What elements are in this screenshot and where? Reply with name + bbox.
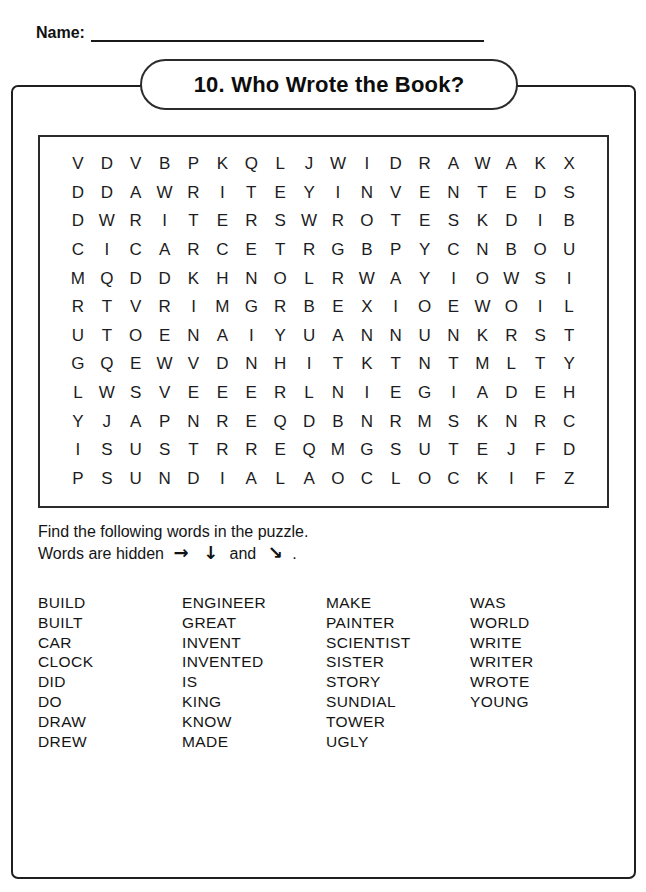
grid-cell-r5c12[interactable]: A: [381, 264, 410, 293]
grid-cell-r12c12[interactable]: L: [381, 464, 410, 493]
grid-cell-r5c1[interactable]: M: [63, 264, 92, 293]
grid-cell-r2c13[interactable]: E: [410, 179, 439, 208]
word-item: GREAT: [182, 613, 326, 633]
grid-cell-r3c2[interactable]: W: [92, 207, 121, 236]
grid-cell-r8c15[interactable]: M: [468, 350, 497, 379]
grid-cell-r12c14[interactable]: C: [439, 464, 468, 493]
word-item: MAKE: [326, 593, 470, 613]
grid-cell-r6c15[interactable]: W: [468, 293, 497, 322]
grid-cell-r8c10[interactable]: T: [324, 350, 353, 379]
grid-cell-r9c17[interactable]: E: [526, 379, 555, 408]
grid-cell-r9c11[interactable]: I: [352, 379, 381, 408]
grid-cell-r9c13[interactable]: G: [410, 379, 439, 408]
grid-cell-r11c6[interactable]: R: [208, 436, 237, 465]
grid-cell-r12c17[interactable]: F: [526, 464, 555, 493]
grid-cell-r5c9[interactable]: L: [295, 264, 324, 293]
grid-cell-r11c15[interactable]: E: [468, 436, 497, 465]
grid-cell-r6c16[interactable]: O: [497, 293, 526, 322]
word-item: SISTER: [326, 652, 470, 672]
grid-cell-r11c11[interactable]: G: [352, 436, 381, 465]
grid-cell-r4c7[interactable]: E: [237, 236, 266, 265]
word-search-grid: VDVBPKQLJWIDRAWAKXDDAWRITEYINVENTEDSDWRI…: [63, 150, 583, 493]
grid-cell-r6c7[interactable]: G: [237, 293, 266, 322]
instructions-line2-prefix: Words are hidden: [38, 545, 164, 562]
grid-cell-r2c14[interactable]: N: [439, 179, 468, 208]
grid-cell-r3c10[interactable]: R: [324, 207, 353, 236]
grid-cell-r1c8[interactable]: L: [266, 150, 295, 179]
grid-cell-r1c4[interactable]: B: [150, 150, 179, 179]
grid-cell-r11c1[interactable]: I: [63, 436, 92, 465]
grid-cell-r10c7[interactable]: E: [237, 407, 266, 436]
grid-cell-r4c12[interactable]: P: [381, 236, 410, 265]
grid-cell-r3c6[interactable]: E: [208, 207, 237, 236]
grid-cell-r10c5[interactable]: N: [179, 407, 208, 436]
grid-cell-r10c10[interactable]: B: [324, 407, 353, 436]
grid-cell-r5c6[interactable]: H: [208, 264, 237, 293]
grid-cell-r1c3[interactable]: V: [121, 150, 150, 179]
grid-cell-r1c9[interactable]: J: [295, 150, 324, 179]
grid-cell-r11c10[interactable]: M: [324, 436, 353, 465]
grid-cell-r9c12[interactable]: E: [381, 379, 410, 408]
grid-cell-r8c6[interactable]: D: [208, 350, 237, 379]
grid-cell-r5c2[interactable]: Q: [92, 264, 121, 293]
grid-cell-r9c1[interactable]: L: [63, 379, 92, 408]
page-title: 10. Who Wrote the Book?: [194, 72, 465, 98]
word-item: ENGINEER: [182, 593, 326, 613]
grid-cell-r3c16[interactable]: D: [497, 207, 526, 236]
grid-cell-r8c2[interactable]: Q: [92, 350, 121, 379]
grid-cell-r10c18[interactable]: C: [555, 407, 584, 436]
grid-cell-r12c18[interactable]: Z: [555, 464, 584, 493]
grid-cell-r2c6[interactable]: I: [208, 179, 237, 208]
grid-cell-r6c17[interactable]: I: [526, 293, 555, 322]
grid-cell-r7c5[interactable]: N: [179, 322, 208, 351]
grid-cell-r7c9[interactable]: U: [295, 322, 324, 351]
grid-cell-r1c17[interactable]: K: [526, 150, 555, 179]
grid-cell-r4c11[interactable]: B: [352, 236, 381, 265]
grid-cell-r4c3[interactable]: C: [121, 236, 150, 265]
grid-cell-r1c5[interactable]: P: [179, 150, 208, 179]
word-item: STORY: [326, 672, 470, 692]
grid-cell-r6c18[interactable]: L: [555, 293, 584, 322]
grid-cell-r1c15[interactable]: W: [468, 150, 497, 179]
grid-cell-r10c16[interactable]: N: [497, 407, 526, 436]
grid-cell-r7c18[interactable]: T: [555, 322, 584, 351]
grid-cell-r4c10[interactable]: G: [324, 236, 353, 265]
word-item: DID: [38, 672, 182, 692]
word-item: PAINTER: [326, 613, 470, 633]
grid-cell-r9c7[interactable]: E: [237, 379, 266, 408]
grid-cell-r2c16[interactable]: E: [497, 179, 526, 208]
grid-cell-r2c4[interactable]: W: [150, 179, 179, 208]
grid-cell-r10c15[interactable]: K: [468, 407, 497, 436]
grid-cell-r7c17[interactable]: S: [526, 322, 555, 351]
grid-cell-r8c9[interactable]: I: [295, 350, 324, 379]
grid-cell-r12c3[interactable]: U: [121, 464, 150, 493]
grid-cell-r11c8[interactable]: E: [266, 436, 295, 465]
grid-cell-r4c17[interactable]: O: [526, 236, 555, 265]
grid-cell-r5c10[interactable]: R: [324, 264, 353, 293]
grid-cell-r9c18[interactable]: H: [555, 379, 584, 408]
grid-cell-r11c12[interactable]: S: [381, 436, 410, 465]
word-item: CLOCK: [38, 652, 182, 672]
word-item: IS: [182, 672, 326, 692]
grid-cell-r7c16[interactable]: R: [497, 322, 526, 351]
grid-cell-r6c5[interactable]: I: [179, 293, 208, 322]
grid-cell-r11c2[interactable]: S: [92, 436, 121, 465]
grid-box: VDVBPKQLJWIDRAWAKXDDAWRITEYINVENTEDSDWRI…: [38, 135, 609, 508]
grid-cell-r8c12[interactable]: T: [381, 350, 410, 379]
grid-cell-r3c17[interactable]: I: [526, 207, 555, 236]
grid-cell-r4c13[interactable]: Y: [410, 236, 439, 265]
grid-cell-r6c2[interactable]: T: [92, 293, 121, 322]
grid-cell-r1c13[interactable]: R: [410, 150, 439, 179]
grid-cell-r3c14[interactable]: S: [439, 207, 468, 236]
grid-cell-r4c6[interactable]: C: [208, 236, 237, 265]
grid-cell-r11c14[interactable]: T: [439, 436, 468, 465]
grid-cell-r1c16[interactable]: A: [497, 150, 526, 179]
grid-cell-r3c1[interactable]: D: [63, 207, 92, 236]
grid-cell-r11c13[interactable]: U: [410, 436, 439, 465]
grid-cell-r3c3[interactable]: R: [121, 207, 150, 236]
grid-cell-r4c2[interactable]: I: [92, 236, 121, 265]
grid-cell-r6c10[interactable]: E: [324, 293, 353, 322]
grid-cell-r7c13[interactable]: U: [410, 322, 439, 351]
grid-cell-r7c1[interactable]: U: [63, 322, 92, 351]
grid-cell-r6c3[interactable]: V: [121, 293, 150, 322]
grid-cell-r9c14[interactable]: I: [439, 379, 468, 408]
grid-cell-r11c18[interactable]: D: [555, 436, 584, 465]
grid-cell-r7c8[interactable]: Y: [266, 322, 295, 351]
grid-cell-r7c4[interactable]: E: [150, 322, 179, 351]
grid-cell-r8c14[interactable]: T: [439, 350, 468, 379]
grid-cell-r7c10[interactable]: A: [324, 322, 353, 351]
word-item: WRITER: [470, 652, 614, 672]
grid-cell-r12c8[interactable]: L: [266, 464, 295, 493]
grid-cell-r6c9[interactable]: B: [295, 293, 324, 322]
grid-cell-r8c17[interactable]: T: [526, 350, 555, 379]
grid-cell-r4c8[interactable]: T: [266, 236, 295, 265]
grid-cell-r8c16[interactable]: L: [497, 350, 526, 379]
grid-cell-r3c9[interactable]: W: [295, 207, 324, 236]
grid-cell-r9c8[interactable]: R: [266, 379, 295, 408]
grid-cell-r5c13[interactable]: Y: [410, 264, 439, 293]
grid-cell-r7c14[interactable]: N: [439, 322, 468, 351]
grid-cell-r1c10[interactable]: W: [324, 150, 353, 179]
grid-cell-r9c5[interactable]: E: [179, 379, 208, 408]
grid-cell-r10c2[interactable]: J: [92, 407, 121, 436]
grid-cell-r12c13[interactable]: O: [410, 464, 439, 493]
grid-cell-r2c18[interactable]: S: [555, 179, 584, 208]
grid-cell-r9c6[interactable]: E: [208, 379, 237, 408]
grid-cell-r1c18[interactable]: X: [555, 150, 584, 179]
grid-cell-r6c13[interactable]: O: [410, 293, 439, 322]
grid-cell-r9c16[interactable]: D: [497, 379, 526, 408]
name-fill-in-line[interactable]: [91, 20, 484, 42]
grid-cell-r2c11[interactable]: N: [352, 179, 381, 208]
right-arrow-icon: →: [173, 542, 188, 563]
grid-cell-r6c14[interactable]: E: [439, 293, 468, 322]
grid-cell-r2c15[interactable]: T: [468, 179, 497, 208]
grid-cell-r11c5[interactable]: T: [179, 436, 208, 465]
grid-cell-r11c9[interactable]: Q: [295, 436, 324, 465]
grid-cell-r2c17[interactable]: D: [526, 179, 555, 208]
grid-cell-r8c7[interactable]: N: [237, 350, 266, 379]
title-pill: 10. Who Wrote the Book?: [140, 59, 518, 110]
grid-cell-r1c1[interactable]: V: [63, 150, 92, 179]
grid-cell-r1c6[interactable]: K: [208, 150, 237, 179]
grid-cell-r5c5[interactable]: K: [179, 264, 208, 293]
word-item: WORLD: [470, 613, 614, 633]
grid-cell-r5c16[interactable]: W: [497, 264, 526, 293]
grid-cell-r11c3[interactable]: U: [121, 436, 150, 465]
grid-cell-r2c7[interactable]: T: [237, 179, 266, 208]
word-item: UGLY: [326, 732, 470, 752]
grid-cell-r12c1[interactable]: P: [63, 464, 92, 493]
grid-cell-r11c16[interactable]: J: [497, 436, 526, 465]
grid-cell-r12c5[interactable]: D: [179, 464, 208, 493]
grid-cell-r5c18[interactable]: I: [555, 264, 584, 293]
grid-cell-r10c4[interactable]: P: [150, 407, 179, 436]
grid-cell-r5c8[interactable]: O: [266, 264, 295, 293]
grid-cell-r4c4[interactable]: A: [150, 236, 179, 265]
grid-cell-r12c4[interactable]: N: [150, 464, 179, 493]
word-item: WAS: [470, 593, 614, 613]
word-item: CAR: [38, 633, 182, 653]
name-label: Name:: [36, 24, 91, 42]
grid-cell-r4c5[interactable]: R: [179, 236, 208, 265]
word-column-1: BUILDBUILTCARCLOCKDIDDODRAWDREW: [38, 593, 182, 751]
word-item: BUILD: [38, 593, 182, 613]
grid-cell-r6c4[interactable]: R: [150, 293, 179, 322]
instructions: Find the following words in the puzzle. …: [38, 521, 308, 564]
word-column-3: MAKEPAINTERSCIENTISTSISTERSTORYSUNDIALTO…: [326, 593, 470, 751]
grid-cell-r5c4[interactable]: D: [150, 264, 179, 293]
word-column-2: ENGINEERGREATINVENTINVENTEDISKINGKNOWMAD…: [182, 593, 326, 751]
grid-cell-r8c3[interactable]: E: [121, 350, 150, 379]
grid-cell-r2c8[interactable]: E: [266, 179, 295, 208]
grid-cell-r5c17[interactable]: S: [526, 264, 555, 293]
word-item: INVENTED: [182, 652, 326, 672]
instructions-line1: Find the following words in the puzzle.: [38, 521, 308, 542]
grid-cell-r7c15[interactable]: K: [468, 322, 497, 351]
grid-cell-r7c3[interactable]: O: [121, 322, 150, 351]
grid-cell-r4c1[interactable]: C: [63, 236, 92, 265]
down-right-arrow-icon: ↘: [268, 542, 283, 563]
grid-cell-r8c8[interactable]: H: [266, 350, 295, 379]
grid-cell-r3c5[interactable]: T: [179, 207, 208, 236]
grid-cell-r1c2[interactable]: D: [92, 150, 121, 179]
grid-cell-r4c14[interactable]: C: [439, 236, 468, 265]
worksheet-page: Name: 10. Who Wrote the Book? VDVBPKQLJW…: [0, 0, 646, 892]
word-item: SUNDIAL: [326, 692, 470, 712]
grid-cell-r10c8[interactable]: Q: [266, 407, 295, 436]
word-item: WRITE: [470, 633, 614, 653]
grid-cell-r5c3[interactable]: D: [121, 264, 150, 293]
grid-cell-r1c11[interactable]: I: [352, 150, 381, 179]
grid-cell-r3c13[interactable]: E: [410, 207, 439, 236]
grid-cell-r12c6[interactable]: I: [208, 464, 237, 493]
grid-cell-r5c7[interactable]: N: [237, 264, 266, 293]
word-item: YOUNG: [470, 692, 614, 712]
word-item: BUILT: [38, 613, 182, 633]
grid-cell-r12c11[interactable]: C: [352, 464, 381, 493]
grid-cell-r11c7[interactable]: R: [237, 436, 266, 465]
grid-cell-r12c16[interactable]: I: [497, 464, 526, 493]
grid-cell-r2c5[interactable]: R: [179, 179, 208, 208]
grid-cell-r10c3[interactable]: A: [121, 407, 150, 436]
word-item: DRAW: [38, 712, 182, 732]
grid-cell-r7c6[interactable]: A: [208, 322, 237, 351]
grid-cell-r2c9[interactable]: Y: [295, 179, 324, 208]
grid-cell-r2c3[interactable]: A: [121, 179, 150, 208]
word-item: DREW: [38, 732, 182, 752]
grid-cell-r4c16[interactable]: B: [497, 236, 526, 265]
grid-cell-r7c7[interactable]: I: [237, 322, 266, 351]
grid-cell-r12c15[interactable]: K: [468, 464, 497, 493]
grid-cell-r5c11[interactable]: W: [352, 264, 381, 293]
word-list: BUILDBUILTCARCLOCKDIDDODRAWDREWENGINEERG…: [38, 593, 614, 751]
grid-cell-r2c2[interactable]: D: [92, 179, 121, 208]
grid-cell-r8c18[interactable]: Y: [555, 350, 584, 379]
grid-cell-r12c7[interactable]: A: [237, 464, 266, 493]
grid-cell-r10c13[interactable]: M: [410, 407, 439, 436]
grid-cell-r3c18[interactable]: B: [555, 207, 584, 236]
grid-cell-r8c13[interactable]: N: [410, 350, 439, 379]
grid-cell-r4c9[interactable]: R: [295, 236, 324, 265]
word-item: TOWER: [326, 712, 470, 732]
grid-cell-r6c8[interactable]: R: [266, 293, 295, 322]
grid-cell-r12c2[interactable]: S: [92, 464, 121, 493]
grid-cell-r8c1[interactable]: G: [63, 350, 92, 379]
grid-cell-r8c11[interactable]: K: [352, 350, 381, 379]
word-item: KNOW: [182, 712, 326, 732]
grid-cell-r12c10[interactable]: O: [324, 464, 353, 493]
grid-cell-r9c2[interactable]: W: [92, 379, 121, 408]
instructions-period: .: [292, 545, 296, 562]
grid-cell-r5c14[interactable]: I: [439, 264, 468, 293]
grid-cell-r10c17[interactable]: R: [526, 407, 555, 436]
grid-cell-r1c12[interactable]: D: [381, 150, 410, 179]
grid-cell-r10c12[interactable]: R: [381, 407, 410, 436]
instructions-and-text: and: [230, 545, 257, 562]
down-arrow-icon: ↓: [203, 542, 218, 563]
word-item: INVENT: [182, 633, 326, 653]
grid-cell-r7c11[interactable]: N: [352, 322, 381, 351]
grid-cell-r1c7[interactable]: Q: [237, 150, 266, 179]
word-item: DO: [38, 692, 182, 712]
grid-cell-r4c15[interactable]: N: [468, 236, 497, 265]
grid-cell-r6c1[interactable]: R: [63, 293, 92, 322]
grid-cell-r9c10[interactable]: N: [324, 379, 353, 408]
grid-cell-r1c14[interactable]: A: [439, 150, 468, 179]
grid-cell-r6c12[interactable]: I: [381, 293, 410, 322]
grid-cell-r6c6[interactable]: M: [208, 293, 237, 322]
grid-cell-r10c9[interactable]: D: [295, 407, 324, 436]
grid-cell-r10c14[interactable]: S: [439, 407, 468, 436]
grid-cell-r3c12[interactable]: T: [381, 207, 410, 236]
word-item: KING: [182, 692, 326, 712]
grid-cell-r3c11[interactable]: O: [352, 207, 381, 236]
grid-cell-r3c7[interactable]: R: [237, 207, 266, 236]
grid-cell-r9c15[interactable]: A: [468, 379, 497, 408]
grid-cell-r2c12[interactable]: V: [381, 179, 410, 208]
grid-cell-r9c9[interactable]: L: [295, 379, 324, 408]
grid-cell-r9c4[interactable]: V: [150, 379, 179, 408]
grid-cell-r12c9[interactable]: A: [295, 464, 324, 493]
grid-cell-r3c8[interactable]: S: [266, 207, 295, 236]
word-column-4: WASWORLDWRITEWRITERWROTEYOUNG: [470, 593, 614, 751]
grid-cell-r6c11[interactable]: X: [352, 293, 381, 322]
grid-cell-r8c4[interactable]: W: [150, 350, 179, 379]
grid-cell-r5c15[interactable]: O: [468, 264, 497, 293]
grid-cell-r3c15[interactable]: K: [468, 207, 497, 236]
grid-cell-r3c4[interactable]: I: [150, 207, 179, 236]
grid-cell-r10c11[interactable]: N: [352, 407, 381, 436]
word-item: WROTE: [470, 672, 614, 692]
word-item: MADE: [182, 732, 326, 752]
grid-cell-r4c18[interactable]: U: [555, 236, 584, 265]
grid-cell-r10c1[interactable]: Y: [63, 407, 92, 436]
grid-cell-r7c2[interactable]: T: [92, 322, 121, 351]
grid-cell-r2c10[interactable]: I: [324, 179, 353, 208]
grid-cell-r7c12[interactable]: N: [381, 322, 410, 351]
grid-cell-r9c3[interactable]: S: [121, 379, 150, 408]
grid-cell-r11c4[interactable]: S: [150, 436, 179, 465]
name-row: Name:: [36, 20, 484, 42]
grid-cell-r8c5[interactable]: V: [179, 350, 208, 379]
grid-cell-r10c6[interactable]: R: [208, 407, 237, 436]
grid-cell-r2c1[interactable]: D: [63, 179, 92, 208]
grid-cell-r11c17[interactable]: F: [526, 436, 555, 465]
instructions-line2: Words are hidden → ↓ and ↘ .: [38, 542, 308, 564]
word-item: SCIENTIST: [326, 633, 470, 653]
